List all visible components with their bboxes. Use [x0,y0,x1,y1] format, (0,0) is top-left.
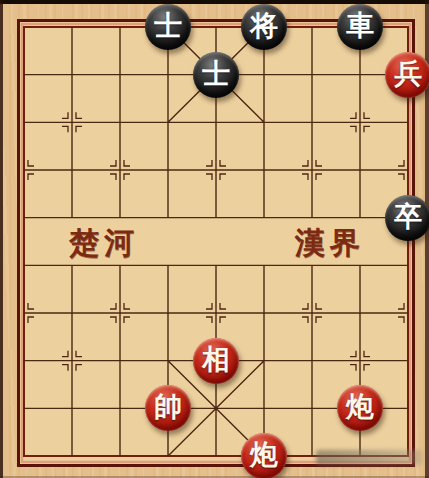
board-point-8-4[interactable]: 卒 [384,194,429,242]
board-point-3-8[interactable]: 帥 [144,384,192,432]
board-point-4-1[interactable]: 士 [192,51,240,99]
piece-glyph: 兵 [394,60,422,88]
board-point-4-7[interactable]: 相 [192,337,240,385]
xiangqi-app-screen: 楚河 漢界 士将車士兵卒相帥炮炮 [0,0,429,478]
piece-glyph: 炮 [250,441,278,469]
piece-red-soldier[interactable]: 兵 [385,52,429,98]
board-point-8-1[interactable]: 兵 [384,51,429,99]
piece-red-elephant[interactable]: 相 [193,338,239,384]
piece-glyph: 卒 [394,203,422,231]
pieces-layer: 士将車士兵卒相帥炮炮 [0,3,429,478]
board-point-5-9[interactable]: 炮 [240,432,288,478]
board-point-5-0[interactable]: 将 [240,3,288,51]
piece-glyph: 士 [202,60,230,88]
piece-glyph: 相 [202,346,230,374]
piece-red-cannon[interactable]: 炮 [337,385,383,431]
piece-black-soldier[interactable]: 卒 [385,195,429,241]
piece-glyph: 将 [250,12,278,40]
piece-black-general[interactable]: 将 [241,4,287,50]
piece-black-advisor[interactable]: 士 [193,52,239,98]
piece-black-chariot[interactable]: 車 [337,4,383,50]
board-point-7-8[interactable]: 炮 [336,384,384,432]
piece-glyph: 士 [154,12,182,40]
watermark-smudge [316,450,422,465]
piece-red-general[interactable]: 帥 [145,385,191,431]
xiangqi-board[interactable]: 楚河 漢界 士将車士兵卒相帥炮炮 [0,0,429,478]
piece-red-cannon[interactable]: 炮 [241,433,287,478]
piece-black-advisor[interactable]: 士 [145,4,191,50]
piece-glyph: 車 [346,12,374,40]
board-point-3-0[interactable]: 士 [144,3,192,51]
piece-glyph: 炮 [346,393,374,421]
piece-glyph: 帥 [154,393,182,421]
board-point-7-0[interactable]: 車 [336,3,384,51]
